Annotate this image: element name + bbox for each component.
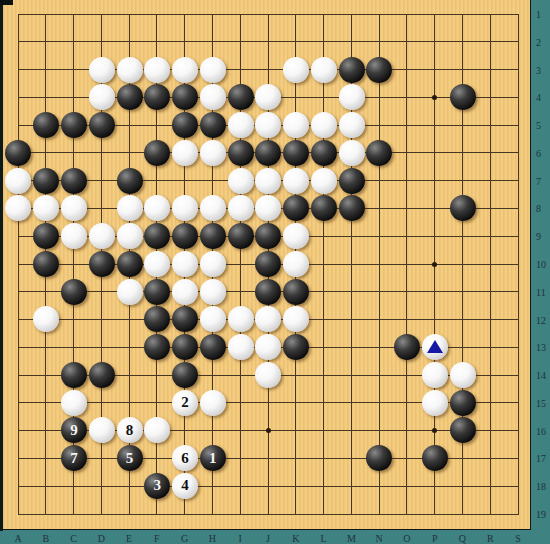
intersection-H19[interactable] xyxy=(199,500,227,528)
intersection-F9[interactable] xyxy=(143,222,171,250)
intersection-P2[interactable] xyxy=(421,28,449,56)
intersection-S16[interactable] xyxy=(504,417,532,445)
intersection-B18[interactable] xyxy=(32,472,60,500)
intersection-M12[interactable] xyxy=(338,306,366,334)
intersection-S6[interactable] xyxy=(504,139,532,167)
intersection-R18[interactable] xyxy=(477,472,505,500)
intersection-K14[interactable] xyxy=(282,361,310,389)
intersection-C10[interactable] xyxy=(60,250,88,278)
intersection-E18[interactable] xyxy=(116,472,144,500)
intersection-A9[interactable] xyxy=(5,222,33,250)
intersection-Q2[interactable] xyxy=(449,28,477,56)
intersection-H3[interactable] xyxy=(199,56,227,84)
intersection-O16[interactable] xyxy=(393,417,421,445)
intersection-P14[interactable] xyxy=(421,361,449,389)
intersection-B6[interactable] xyxy=(32,139,60,167)
intersection-N11[interactable] xyxy=(366,278,394,306)
intersection-G1[interactable] xyxy=(171,0,199,28)
intersection-D7[interactable] xyxy=(88,167,116,195)
intersection-R7[interactable] xyxy=(477,167,505,195)
intersection-A15[interactable] xyxy=(5,389,33,417)
intersection-P4[interactable] xyxy=(421,83,449,111)
intersection-B17[interactable] xyxy=(32,444,60,472)
intersection-H5[interactable] xyxy=(199,111,227,139)
intersection-E14[interactable] xyxy=(116,361,144,389)
intersection-R17[interactable] xyxy=(477,444,505,472)
intersection-L13[interactable] xyxy=(310,333,338,361)
intersection-F19[interactable] xyxy=(143,500,171,528)
intersection-I19[interactable] xyxy=(227,500,255,528)
intersection-F13[interactable] xyxy=(143,333,171,361)
intersection-F2[interactable] xyxy=(143,28,171,56)
intersection-B4[interactable] xyxy=(32,83,60,111)
intersection-Q1[interactable] xyxy=(449,0,477,28)
intersection-H9[interactable] xyxy=(199,222,227,250)
intersection-Q4[interactable] xyxy=(449,83,477,111)
intersection-J9[interactable] xyxy=(254,222,282,250)
intersection-D11[interactable] xyxy=(88,278,116,306)
intersection-O10[interactable] xyxy=(393,250,421,278)
intersection-F10[interactable] xyxy=(143,250,171,278)
intersection-J15[interactable] xyxy=(254,389,282,417)
intersection-O3[interactable] xyxy=(393,56,421,84)
intersection-O8[interactable] xyxy=(393,194,421,222)
intersection-M5[interactable] xyxy=(338,111,366,139)
intersection-N17[interactable] xyxy=(366,444,394,472)
intersection-L7[interactable] xyxy=(310,167,338,195)
intersection-N7[interactable] xyxy=(366,167,394,195)
intersection-M2[interactable] xyxy=(338,28,366,56)
intersection-Q16[interactable] xyxy=(449,417,477,445)
intersection-R9[interactable] xyxy=(477,222,505,250)
intersection-G18[interactable]: 4 xyxy=(171,472,199,500)
intersection-R8[interactable] xyxy=(477,194,505,222)
intersection-B5[interactable] xyxy=(32,111,60,139)
intersection-N2[interactable] xyxy=(366,28,394,56)
intersection-J6[interactable] xyxy=(254,139,282,167)
intersection-G14[interactable] xyxy=(171,361,199,389)
intersection-J8[interactable] xyxy=(254,194,282,222)
intersection-O5[interactable] xyxy=(393,111,421,139)
intersection-L5[interactable] xyxy=(310,111,338,139)
intersection-C2[interactable] xyxy=(60,28,88,56)
intersection-K1[interactable] xyxy=(282,0,310,28)
intersection-Q6[interactable] xyxy=(449,139,477,167)
intersection-H11[interactable] xyxy=(199,278,227,306)
intersection-P12[interactable] xyxy=(421,306,449,334)
intersection-M16[interactable] xyxy=(338,417,366,445)
intersection-D6[interactable] xyxy=(88,139,116,167)
intersection-F1[interactable] xyxy=(143,0,171,28)
intersection-A16[interactable] xyxy=(5,417,33,445)
intersection-R15[interactable] xyxy=(477,389,505,417)
intersection-J16[interactable] xyxy=(254,417,282,445)
intersection-J1[interactable] xyxy=(254,0,282,28)
intersection-R12[interactable] xyxy=(477,306,505,334)
intersection-J18[interactable] xyxy=(254,472,282,500)
intersection-Q17[interactable] xyxy=(449,444,477,472)
intersection-J11[interactable] xyxy=(254,278,282,306)
intersection-D8[interactable] xyxy=(88,194,116,222)
intersection-R19[interactable] xyxy=(477,500,505,528)
intersection-G4[interactable] xyxy=(171,83,199,111)
intersection-Q9[interactable] xyxy=(449,222,477,250)
intersection-I17[interactable] xyxy=(227,444,255,472)
intersection-P10[interactable] xyxy=(421,250,449,278)
intersection-K11[interactable] xyxy=(282,278,310,306)
intersection-S7[interactable] xyxy=(504,167,532,195)
intersection-K19[interactable] xyxy=(282,500,310,528)
intersection-P18[interactable] xyxy=(421,472,449,500)
intersection-M19[interactable] xyxy=(338,500,366,528)
intersection-I3[interactable] xyxy=(227,56,255,84)
intersection-I16[interactable] xyxy=(227,417,255,445)
intersection-D13[interactable] xyxy=(88,333,116,361)
intersection-N15[interactable] xyxy=(366,389,394,417)
intersection-M14[interactable] xyxy=(338,361,366,389)
intersection-F12[interactable] xyxy=(143,306,171,334)
intersection-E17[interactable]: 5 xyxy=(116,444,144,472)
intersection-Q11[interactable] xyxy=(449,278,477,306)
intersection-N19[interactable] xyxy=(366,500,394,528)
intersection-F16[interactable] xyxy=(143,417,171,445)
intersection-C16[interactable]: 9 xyxy=(60,417,88,445)
intersection-C15[interactable] xyxy=(60,389,88,417)
intersection-D19[interactable] xyxy=(88,500,116,528)
intersection-N8[interactable] xyxy=(366,194,394,222)
intersection-E7[interactable] xyxy=(116,167,144,195)
intersection-E6[interactable] xyxy=(116,139,144,167)
intersection-O17[interactable] xyxy=(393,444,421,472)
intersection-K2[interactable] xyxy=(282,28,310,56)
intersection-G9[interactable] xyxy=(171,222,199,250)
intersection-S18[interactable] xyxy=(504,472,532,500)
intersection-F18[interactable]: 3 xyxy=(143,472,171,500)
intersection-L9[interactable] xyxy=(310,222,338,250)
intersection-E1[interactable] xyxy=(116,0,144,28)
intersection-R16[interactable] xyxy=(477,417,505,445)
intersection-M8[interactable] xyxy=(338,194,366,222)
intersection-L15[interactable] xyxy=(310,389,338,417)
intersection-P1[interactable] xyxy=(421,0,449,28)
intersection-O11[interactable] xyxy=(393,278,421,306)
intersection-R1[interactable] xyxy=(477,0,505,28)
intersection-P15[interactable] xyxy=(421,389,449,417)
intersection-O19[interactable] xyxy=(393,500,421,528)
intersection-J2[interactable] xyxy=(254,28,282,56)
intersection-Q10[interactable] xyxy=(449,250,477,278)
intersection-D3[interactable] xyxy=(88,56,116,84)
intersection-P16[interactable] xyxy=(421,417,449,445)
intersection-J3[interactable] xyxy=(254,56,282,84)
intersection-E12[interactable] xyxy=(116,306,144,334)
intersection-B16[interactable] xyxy=(32,417,60,445)
intersection-E9[interactable] xyxy=(116,222,144,250)
intersection-A2[interactable] xyxy=(5,28,33,56)
intersection-A8[interactable] xyxy=(5,194,33,222)
intersection-G5[interactable] xyxy=(171,111,199,139)
intersection-H13[interactable] xyxy=(199,333,227,361)
intersection-C18[interactable] xyxy=(60,472,88,500)
intersection-J7[interactable] xyxy=(254,167,282,195)
intersection-A14[interactable] xyxy=(5,361,33,389)
intersection-D5[interactable] xyxy=(88,111,116,139)
intersection-C12[interactable] xyxy=(60,306,88,334)
intersection-J13[interactable] xyxy=(254,333,282,361)
intersection-I18[interactable] xyxy=(227,472,255,500)
intersection-F7[interactable] xyxy=(143,167,171,195)
intersection-C4[interactable] xyxy=(60,83,88,111)
intersection-C6[interactable] xyxy=(60,139,88,167)
intersection-D12[interactable] xyxy=(88,306,116,334)
intersection-J5[interactable] xyxy=(254,111,282,139)
intersection-A4[interactable] xyxy=(5,83,33,111)
board-grid[interactable]: 298756134 xyxy=(5,0,533,528)
intersection-H14[interactable] xyxy=(199,361,227,389)
intersection-N16[interactable] xyxy=(366,417,394,445)
intersection-S14[interactable] xyxy=(504,361,532,389)
intersection-A7[interactable] xyxy=(5,167,33,195)
intersection-I10[interactable] xyxy=(227,250,255,278)
intersection-L6[interactable] xyxy=(310,139,338,167)
intersection-H1[interactable] xyxy=(199,0,227,28)
intersection-F17[interactable] xyxy=(143,444,171,472)
intersection-N5[interactable] xyxy=(366,111,394,139)
intersection-R3[interactable] xyxy=(477,56,505,84)
intersection-G7[interactable] xyxy=(171,167,199,195)
intersection-H18[interactable] xyxy=(199,472,227,500)
intersection-H16[interactable] xyxy=(199,417,227,445)
intersection-H2[interactable] xyxy=(199,28,227,56)
intersection-A17[interactable] xyxy=(5,444,33,472)
intersection-D4[interactable] xyxy=(88,83,116,111)
intersection-B8[interactable] xyxy=(32,194,60,222)
intersection-H7[interactable] xyxy=(199,167,227,195)
intersection-O1[interactable] xyxy=(393,0,421,28)
intersection-I14[interactable] xyxy=(227,361,255,389)
intersection-F15[interactable] xyxy=(143,389,171,417)
intersection-K8[interactable] xyxy=(282,194,310,222)
intersection-L10[interactable] xyxy=(310,250,338,278)
intersection-L1[interactable] xyxy=(310,0,338,28)
intersection-B10[interactable] xyxy=(32,250,60,278)
intersection-K4[interactable] xyxy=(282,83,310,111)
intersection-K7[interactable] xyxy=(282,167,310,195)
intersection-S17[interactable] xyxy=(504,444,532,472)
intersection-F5[interactable] xyxy=(143,111,171,139)
intersection-H4[interactable] xyxy=(199,83,227,111)
intersection-Q5[interactable] xyxy=(449,111,477,139)
intersection-P6[interactable] xyxy=(421,139,449,167)
intersection-A11[interactable] xyxy=(5,278,33,306)
intersection-E13[interactable] xyxy=(116,333,144,361)
intersection-D1[interactable] xyxy=(88,0,116,28)
intersection-O13[interactable] xyxy=(393,333,421,361)
intersection-J17[interactable] xyxy=(254,444,282,472)
intersection-N6[interactable] xyxy=(366,139,394,167)
intersection-G11[interactable] xyxy=(171,278,199,306)
intersection-A19[interactable] xyxy=(5,500,33,528)
intersection-M6[interactable] xyxy=(338,139,366,167)
intersection-N4[interactable] xyxy=(366,83,394,111)
intersection-Q13[interactable] xyxy=(449,333,477,361)
intersection-F4[interactable] xyxy=(143,83,171,111)
intersection-N13[interactable] xyxy=(366,333,394,361)
intersection-C13[interactable] xyxy=(60,333,88,361)
intersection-G19[interactable] xyxy=(171,500,199,528)
intersection-M17[interactable] xyxy=(338,444,366,472)
intersection-C14[interactable] xyxy=(60,361,88,389)
intersection-L4[interactable] xyxy=(310,83,338,111)
intersection-H15[interactable] xyxy=(199,389,227,417)
intersection-Q19[interactable] xyxy=(449,500,477,528)
intersection-R11[interactable] xyxy=(477,278,505,306)
intersection-R14[interactable] xyxy=(477,361,505,389)
intersection-A18[interactable] xyxy=(5,472,33,500)
intersection-O2[interactable] xyxy=(393,28,421,56)
intersection-E15[interactable] xyxy=(116,389,144,417)
intersection-K13[interactable] xyxy=(282,333,310,361)
intersection-K17[interactable] xyxy=(282,444,310,472)
intersection-Q7[interactable] xyxy=(449,167,477,195)
intersection-I9[interactable] xyxy=(227,222,255,250)
intersection-M3[interactable] xyxy=(338,56,366,84)
intersection-K16[interactable] xyxy=(282,417,310,445)
intersection-S11[interactable] xyxy=(504,278,532,306)
intersection-I6[interactable] xyxy=(227,139,255,167)
intersection-N3[interactable] xyxy=(366,56,394,84)
intersection-N12[interactable] xyxy=(366,306,394,334)
intersection-D15[interactable] xyxy=(88,389,116,417)
intersection-G15[interactable]: 2 xyxy=(171,389,199,417)
intersection-S15[interactable] xyxy=(504,389,532,417)
intersection-K6[interactable] xyxy=(282,139,310,167)
intersection-M18[interactable] xyxy=(338,472,366,500)
intersection-G16[interactable] xyxy=(171,417,199,445)
intersection-S12[interactable] xyxy=(504,306,532,334)
intersection-B1[interactable] xyxy=(32,0,60,28)
intersection-I4[interactable] xyxy=(227,83,255,111)
intersection-R10[interactable] xyxy=(477,250,505,278)
intersection-G10[interactable] xyxy=(171,250,199,278)
intersection-H8[interactable] xyxy=(199,194,227,222)
intersection-R6[interactable] xyxy=(477,139,505,167)
intersection-O14[interactable] xyxy=(393,361,421,389)
intersection-G12[interactable] xyxy=(171,306,199,334)
intersection-M7[interactable] xyxy=(338,167,366,195)
intersection-K3[interactable] xyxy=(282,56,310,84)
intersection-J10[interactable] xyxy=(254,250,282,278)
intersection-E4[interactable] xyxy=(116,83,144,111)
intersection-O18[interactable] xyxy=(393,472,421,500)
intersection-N14[interactable] xyxy=(366,361,394,389)
intersection-M11[interactable] xyxy=(338,278,366,306)
intersection-P13[interactable] xyxy=(421,333,449,361)
intersection-Q18[interactable] xyxy=(449,472,477,500)
intersection-N10[interactable] xyxy=(366,250,394,278)
intersection-M13[interactable] xyxy=(338,333,366,361)
intersection-E8[interactable] xyxy=(116,194,144,222)
intersection-D2[interactable] xyxy=(88,28,116,56)
intersection-R4[interactable] xyxy=(477,83,505,111)
intersection-R13[interactable] xyxy=(477,333,505,361)
intersection-I12[interactable] xyxy=(227,306,255,334)
intersection-O6[interactable] xyxy=(393,139,421,167)
intersection-M10[interactable] xyxy=(338,250,366,278)
intersection-F11[interactable] xyxy=(143,278,171,306)
intersection-S5[interactable] xyxy=(504,111,532,139)
intersection-P9[interactable] xyxy=(421,222,449,250)
intersection-J4[interactable] xyxy=(254,83,282,111)
intersection-B19[interactable] xyxy=(32,500,60,528)
intersection-L11[interactable] xyxy=(310,278,338,306)
intersection-B14[interactable] xyxy=(32,361,60,389)
intersection-J12[interactable] xyxy=(254,306,282,334)
intersection-Q3[interactable] xyxy=(449,56,477,84)
intersection-S4[interactable] xyxy=(504,83,532,111)
intersection-E11[interactable] xyxy=(116,278,144,306)
intersection-I11[interactable] xyxy=(227,278,255,306)
intersection-J19[interactable] xyxy=(254,500,282,528)
intersection-C7[interactable] xyxy=(60,167,88,195)
intersection-A5[interactable] xyxy=(5,111,33,139)
intersection-E2[interactable] xyxy=(116,28,144,56)
intersection-C19[interactable] xyxy=(60,500,88,528)
intersection-B15[interactable] xyxy=(32,389,60,417)
intersection-S9[interactable] xyxy=(504,222,532,250)
intersection-F14[interactable] xyxy=(143,361,171,389)
intersection-C9[interactable] xyxy=(60,222,88,250)
intersection-C17[interactable]: 7 xyxy=(60,444,88,472)
intersection-K12[interactable] xyxy=(282,306,310,334)
intersection-D18[interactable] xyxy=(88,472,116,500)
intersection-B12[interactable] xyxy=(32,306,60,334)
intersection-A3[interactable] xyxy=(5,56,33,84)
intersection-O15[interactable] xyxy=(393,389,421,417)
intersection-E3[interactable] xyxy=(116,56,144,84)
intersection-D17[interactable] xyxy=(88,444,116,472)
intersection-B3[interactable] xyxy=(32,56,60,84)
intersection-D14[interactable] xyxy=(88,361,116,389)
intersection-N9[interactable] xyxy=(366,222,394,250)
intersection-M15[interactable] xyxy=(338,389,366,417)
intersection-E16[interactable]: 8 xyxy=(116,417,144,445)
intersection-D9[interactable] xyxy=(88,222,116,250)
intersection-G6[interactable] xyxy=(171,139,199,167)
intersection-M1[interactable] xyxy=(338,0,366,28)
intersection-G13[interactable] xyxy=(171,333,199,361)
intersection-N18[interactable] xyxy=(366,472,394,500)
intersection-I13[interactable] xyxy=(227,333,255,361)
intersection-F3[interactable] xyxy=(143,56,171,84)
intersection-H12[interactable] xyxy=(199,306,227,334)
intersection-Q15[interactable] xyxy=(449,389,477,417)
intersection-G2[interactable] xyxy=(171,28,199,56)
intersection-B13[interactable] xyxy=(32,333,60,361)
intersection-D16[interactable] xyxy=(88,417,116,445)
intersection-B7[interactable] xyxy=(32,167,60,195)
intersection-B2[interactable] xyxy=(32,28,60,56)
intersection-R2[interactable] xyxy=(477,28,505,56)
intersection-O4[interactable] xyxy=(393,83,421,111)
intersection-P7[interactable] xyxy=(421,167,449,195)
intersection-M9[interactable] xyxy=(338,222,366,250)
intersection-P3[interactable] xyxy=(421,56,449,84)
intersection-O7[interactable] xyxy=(393,167,421,195)
intersection-Q14[interactable] xyxy=(449,361,477,389)
intersection-A13[interactable] xyxy=(5,333,33,361)
intersection-B9[interactable] xyxy=(32,222,60,250)
